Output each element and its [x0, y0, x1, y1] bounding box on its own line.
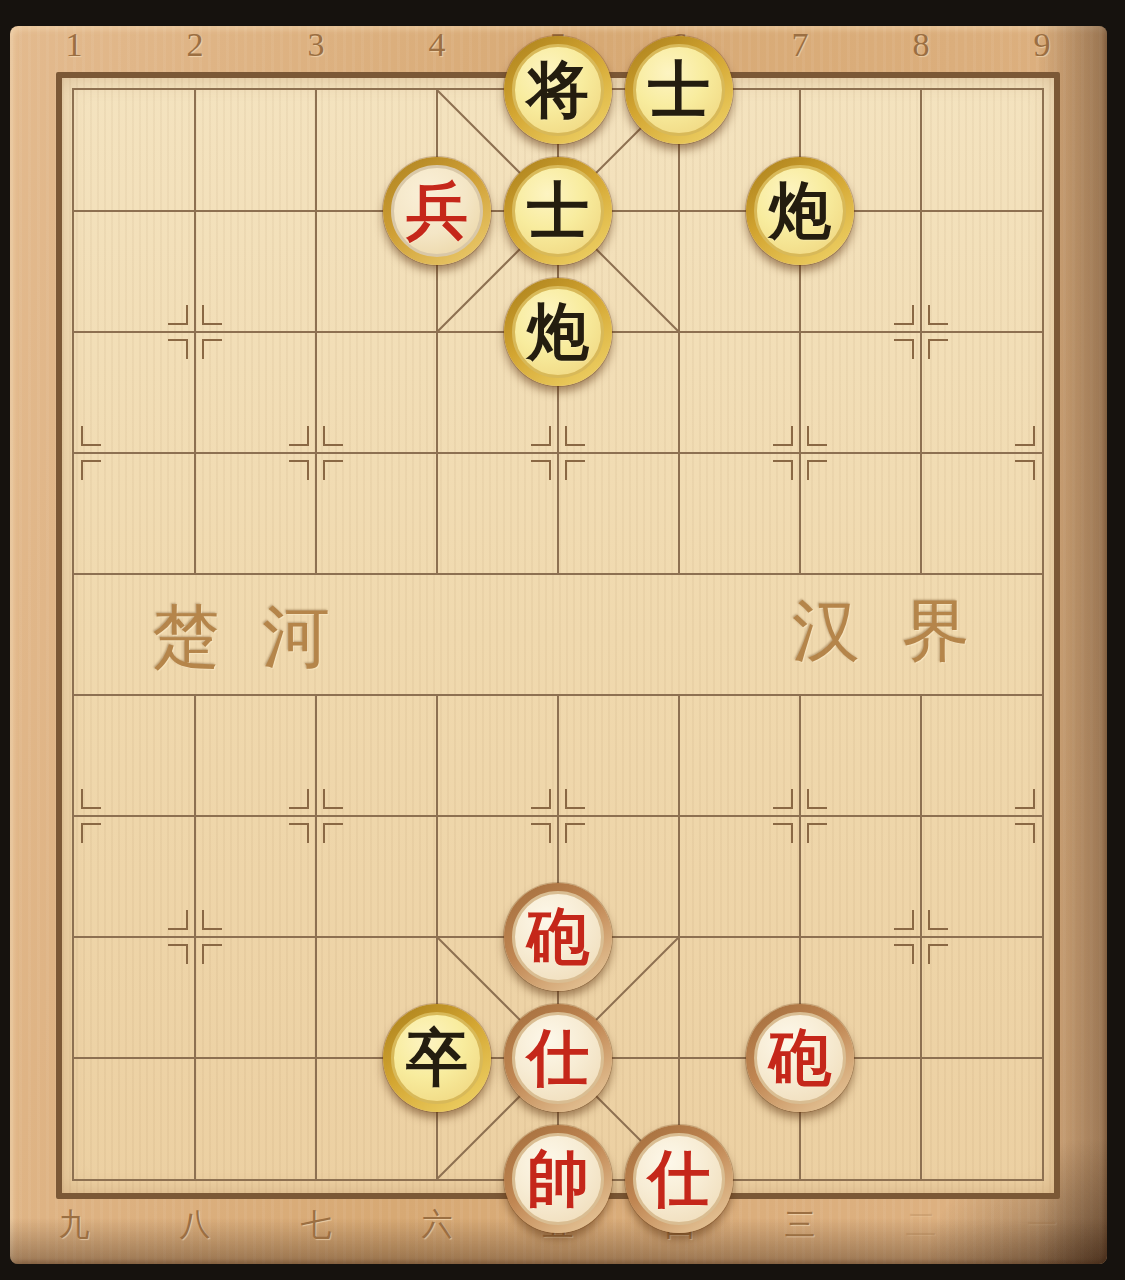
piece-character: 卒	[406, 1027, 468, 1089]
piece-character: 炮	[769, 180, 831, 242]
piece-character: 帥	[527, 1148, 589, 1210]
piece-red-general[interactable]: 帥	[504, 1125, 612, 1233]
piece-face: 炮	[754, 165, 846, 257]
point-mark	[81, 426, 101, 446]
file-label-bottom: 一	[1012, 1206, 1072, 1244]
point-mark	[773, 426, 793, 446]
point-mark	[773, 789, 793, 809]
point-mark	[894, 305, 914, 325]
piece-face: 砲	[754, 1012, 846, 1104]
file-label-top: 4	[407, 26, 467, 64]
point-mark	[1015, 789, 1035, 809]
piece-face: 帥	[512, 1133, 604, 1225]
file-label-top: 1	[44, 26, 104, 64]
piece-face: 仕	[633, 1133, 725, 1225]
point-mark	[928, 305, 948, 325]
piece-face: 炮	[512, 286, 604, 378]
piece-black-general[interactable]: 将	[504, 36, 612, 144]
xiangqi-app: { "game": "xiangqi (Chinese chess)", "bo…	[0, 0, 1125, 1280]
point-mark	[928, 944, 948, 964]
point-mark	[565, 823, 585, 843]
piece-red-cannon[interactable]: 砲	[504, 883, 612, 991]
piece-character: 砲	[769, 1027, 831, 1089]
grid-horizontal-line	[74, 694, 1042, 696]
point-mark	[289, 460, 309, 480]
point-mark	[202, 910, 222, 930]
point-mark	[81, 823, 101, 843]
piece-character: 仕	[527, 1027, 589, 1089]
point-mark	[323, 460, 343, 480]
point-mark	[202, 305, 222, 325]
point-mark	[531, 789, 551, 809]
point-mark	[894, 910, 914, 930]
piece-character: 炮	[527, 301, 589, 363]
point-mark	[807, 460, 827, 480]
point-mark	[894, 339, 914, 359]
piece-black-cannon[interactable]: 炮	[504, 278, 612, 386]
file-label-bottom: 六	[407, 1206, 467, 1244]
point-mark	[202, 339, 222, 359]
point-mark	[289, 823, 309, 843]
point-mark	[894, 944, 914, 964]
file-label-bottom: 三	[770, 1206, 830, 1244]
point-mark	[323, 426, 343, 446]
file-label-top: 8	[891, 26, 951, 64]
point-mark	[323, 823, 343, 843]
piece-face: 卒	[391, 1012, 483, 1104]
point-mark	[323, 789, 343, 809]
point-mark	[928, 910, 948, 930]
point-mark	[81, 789, 101, 809]
piece-face: 士	[633, 44, 725, 136]
river-text-left: 楚河	[152, 582, 372, 692]
grid-horizontal-line	[74, 452, 1042, 454]
point-mark	[773, 823, 793, 843]
piece-character: 砲	[527, 906, 589, 968]
piece-character: 士	[527, 180, 589, 242]
file-label-top: 3	[286, 26, 346, 64]
point-mark	[202, 944, 222, 964]
point-mark	[289, 426, 309, 446]
point-mark	[807, 789, 827, 809]
piece-character: 士	[648, 59, 710, 121]
point-mark	[168, 944, 188, 964]
piece-face: 兵	[391, 165, 483, 257]
point-mark	[807, 823, 827, 843]
point-mark	[168, 910, 188, 930]
point-mark	[531, 823, 551, 843]
point-mark	[81, 460, 101, 480]
piece-red-soldier[interactable]: 兵	[383, 157, 491, 265]
point-mark	[168, 339, 188, 359]
piece-face: 士	[512, 165, 604, 257]
piece-face: 砲	[512, 891, 604, 983]
file-label-bottom: 七	[286, 1206, 346, 1244]
piece-red-cannon[interactable]: 砲	[746, 1004, 854, 1112]
point-mark	[565, 460, 585, 480]
piece-character: 将	[527, 59, 589, 121]
point-mark	[531, 426, 551, 446]
grid-horizontal-line	[74, 815, 1042, 817]
piece-red-advisor[interactable]: 仕	[504, 1004, 612, 1112]
point-mark	[565, 789, 585, 809]
piece-character: 兵	[406, 180, 468, 242]
piece-character: 仕	[648, 1148, 710, 1210]
file-label-bottom: 九	[44, 1206, 104, 1244]
piece-black-advisor[interactable]: 士	[625, 36, 733, 144]
file-label-bottom: 八	[165, 1206, 225, 1244]
river-text-right: 汉界	[792, 576, 1012, 686]
piece-red-advisor[interactable]: 仕	[625, 1125, 733, 1233]
point-mark	[565, 426, 585, 446]
point-mark	[807, 426, 827, 446]
file-label-top: 7	[770, 26, 830, 64]
file-label-bottom: 二	[891, 1206, 951, 1244]
point-mark	[1015, 426, 1035, 446]
point-mark	[928, 339, 948, 359]
file-label-top: 9	[1012, 26, 1072, 64]
piece-face: 将	[512, 44, 604, 136]
point-mark	[168, 305, 188, 325]
piece-face: 仕	[512, 1012, 604, 1104]
point-mark	[1015, 460, 1035, 480]
grid-horizontal-line	[74, 573, 1042, 575]
piece-black-cannon[interactable]: 炮	[746, 157, 854, 265]
piece-black-advisor[interactable]: 士	[504, 157, 612, 265]
file-label-top: 2	[165, 26, 225, 64]
point-mark	[531, 460, 551, 480]
point-mark	[773, 460, 793, 480]
point-mark	[1015, 823, 1035, 843]
point-mark	[289, 789, 309, 809]
piece-black-soldier[interactable]: 卒	[383, 1004, 491, 1112]
